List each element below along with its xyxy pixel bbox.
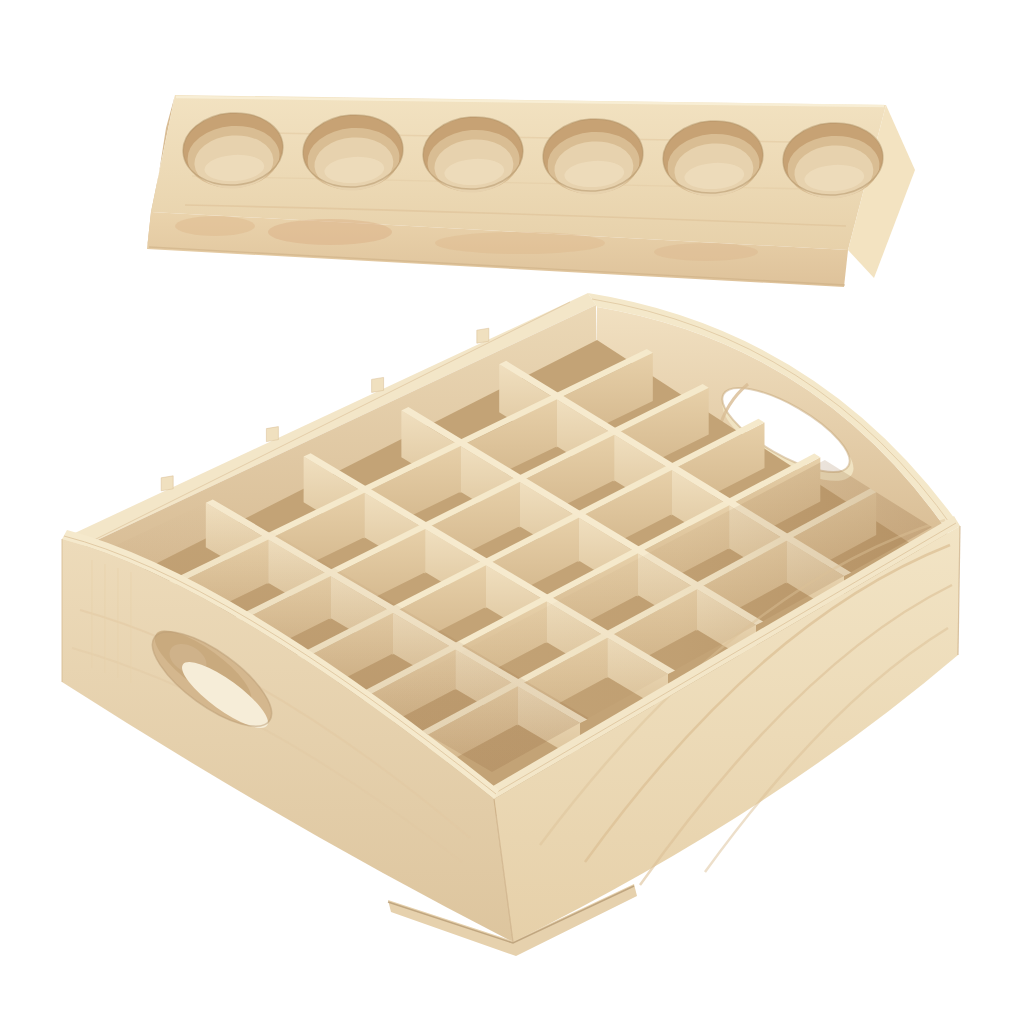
thirty-slot-tray [62, 293, 960, 956]
divider-end-peg [372, 377, 384, 392]
rack-stain [435, 232, 605, 254]
divider-end-peg [477, 328, 489, 343]
divider-end-peg [266, 427, 278, 442]
rack-stain [654, 243, 758, 261]
product-photo [0, 0, 1024, 1024]
rack-stain [175, 216, 255, 236]
rack-stain [268, 219, 392, 245]
six-hole-rack [147, 95, 915, 287]
scene-svg [0, 0, 1024, 1024]
divider-end-peg [161, 476, 173, 491]
